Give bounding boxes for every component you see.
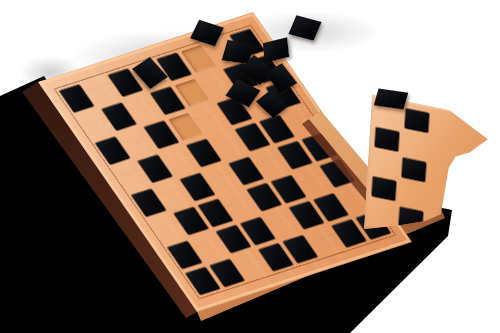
loose-tile xyxy=(190,20,224,46)
loose-tiles-layer xyxy=(0,0,500,333)
loose-tile xyxy=(256,90,288,118)
product-photo-scene xyxy=(0,0,500,333)
loose-tile xyxy=(226,79,261,108)
loose-tile xyxy=(288,15,321,41)
loose-tile xyxy=(374,89,408,110)
loose-tile xyxy=(263,37,289,63)
loose-tile xyxy=(132,57,168,89)
